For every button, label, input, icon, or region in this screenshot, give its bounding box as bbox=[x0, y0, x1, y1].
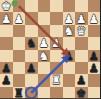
piece-white-pawn[interactable]: ♟ bbox=[39, 37, 49, 49]
piece-white-pawn[interactable]: ♟ bbox=[14, 13, 24, 25]
square-b8[interactable] bbox=[13, 0, 26, 12]
piece-black-knight[interactable]: ♞ bbox=[26, 37, 36, 49]
square-g3[interactable] bbox=[75, 62, 88, 74]
square-a8[interactable]: ♚ bbox=[0, 0, 13, 12]
square-h8[interactable] bbox=[88, 0, 101, 12]
square-d7[interactable] bbox=[38, 12, 51, 24]
piece-black-pawn[interactable]: ♟ bbox=[1, 62, 11, 74]
square-f4[interactable]: ♟ bbox=[63, 50, 76, 62]
square-h4[interactable]: ♟ bbox=[88, 50, 101, 62]
square-g4[interactable] bbox=[75, 50, 88, 62]
square-a2[interactable]: ♟ bbox=[0, 74, 13, 86]
square-d3[interactable] bbox=[38, 62, 51, 74]
square-g8[interactable] bbox=[75, 0, 88, 12]
square-h6[interactable] bbox=[88, 25, 101, 37]
square-f5[interactable] bbox=[63, 37, 76, 49]
square-a6[interactable] bbox=[0, 25, 13, 37]
square-h7[interactable]: ♟ bbox=[88, 12, 101, 24]
square-b4[interactable] bbox=[13, 50, 26, 62]
piece-black-pawn[interactable]: ♟ bbox=[89, 62, 99, 74]
chess-board-screenshot: ♚♟♟♟♟♟♞♛♞♟♟♞♟♟♟♟♟♟♜♟♜♚ bbox=[0, 0, 100, 99]
piece-white-pawn[interactable]: ♟ bbox=[64, 13, 74, 25]
piece-white-king[interactable]: ♚ bbox=[1, 0, 11, 12]
square-h2[interactable] bbox=[88, 74, 101, 86]
square-f3[interactable] bbox=[63, 62, 76, 74]
square-b7[interactable]: ♟ bbox=[13, 12, 26, 24]
piece-black-pawn[interactable]: ♟ bbox=[89, 50, 99, 62]
square-c8[interactable] bbox=[25, 0, 38, 12]
square-g7[interactable]: ♟ bbox=[75, 12, 88, 24]
piece-white-pawn[interactable]: ♟ bbox=[51, 37, 61, 49]
square-a5[interactable] bbox=[0, 37, 13, 49]
square-b6[interactable] bbox=[13, 25, 26, 37]
square-f7[interactable]: ♟ bbox=[63, 12, 76, 24]
piece-black-pawn[interactable]: ♟ bbox=[1, 74, 11, 86]
square-h3[interactable]: ♟ bbox=[88, 62, 101, 74]
square-e2[interactable]: ♜ bbox=[50, 74, 63, 86]
piece-black-king[interactable]: ♚ bbox=[76, 87, 86, 99]
square-e5[interactable]: ♟ bbox=[50, 37, 63, 49]
square-c3[interactable]: ♟ bbox=[25, 62, 38, 74]
piece-black-pawn[interactable]: ♟ bbox=[64, 50, 74, 62]
square-g2[interactable]: ♟ bbox=[75, 74, 88, 86]
square-c5[interactable]: ♞ bbox=[25, 37, 38, 49]
square-h5[interactable] bbox=[88, 37, 101, 49]
square-b2[interactable] bbox=[13, 74, 26, 86]
piece-black-pawn[interactable]: ♟ bbox=[76, 74, 86, 86]
square-c2[interactable] bbox=[25, 74, 38, 86]
piece-white-pawn[interactable]: ♟ bbox=[89, 13, 99, 25]
square-f2[interactable] bbox=[63, 74, 76, 86]
square-d6[interactable] bbox=[38, 25, 51, 37]
square-e6[interactable] bbox=[50, 25, 63, 37]
square-c7[interactable] bbox=[25, 12, 38, 24]
square-e3[interactable] bbox=[50, 62, 63, 74]
piece-black-pawn[interactable]: ♟ bbox=[26, 62, 36, 74]
square-a4[interactable] bbox=[0, 50, 13, 62]
square-e8[interactable] bbox=[50, 0, 63, 12]
piece-black-rook[interactable]: ♜ bbox=[14, 87, 24, 99]
square-e4[interactable] bbox=[50, 50, 63, 62]
board-edge bbox=[0, 98, 100, 99]
square-b5[interactable] bbox=[13, 37, 26, 49]
square-a3[interactable]: ♟ bbox=[0, 62, 13, 74]
square-c4[interactable] bbox=[25, 50, 38, 62]
piece-white-pawn[interactable]: ♟ bbox=[76, 13, 86, 25]
square-d5[interactable]: ♟ bbox=[38, 37, 51, 49]
piece-white-knight[interactable]: ♞ bbox=[64, 25, 74, 37]
chess-board[interactable]: ♚♟♟♟♟♟♞♛♞♟♟♞♟♟♟♟♟♟♜♟♜♚ bbox=[0, 0, 100, 99]
square-f6[interactable]: ♞ bbox=[63, 25, 76, 37]
square-d2[interactable] bbox=[38, 74, 51, 86]
square-d8[interactable] bbox=[38, 0, 51, 12]
piece-white-knight[interactable]: ♞ bbox=[39, 50, 49, 62]
square-c6[interactable] bbox=[25, 25, 38, 37]
piece-white-pawn[interactable]: ♟ bbox=[1, 13, 11, 25]
square-a7[interactable]: ♟ bbox=[0, 12, 13, 24]
square-e7[interactable] bbox=[50, 12, 63, 24]
square-g5[interactable] bbox=[75, 37, 88, 49]
square-d4[interactable]: ♞ bbox=[38, 50, 51, 62]
square-f8[interactable] bbox=[63, 0, 76, 12]
piece-white-rook[interactable]: ♜ bbox=[51, 74, 61, 86]
square-b3[interactable] bbox=[13, 62, 26, 74]
piece-white-queen[interactable]: ♛ bbox=[76, 25, 86, 37]
square-g6[interactable]: ♛ bbox=[75, 25, 88, 37]
